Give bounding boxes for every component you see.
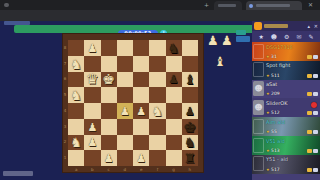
tab-favicon bbox=[249, 4, 253, 8]
player-rating: ★ 31 bbox=[266, 54, 277, 59]
square-h6[interactable]: ♝ bbox=[182, 72, 198, 88]
square-e8[interactable] bbox=[133, 40, 149, 56]
player-row[interactable]: Y51 - ald★ 517 bbox=[252, 155, 320, 174]
square-b1[interactable] bbox=[84, 150, 100, 166]
square-c8[interactable] bbox=[101, 40, 117, 56]
file-label: e bbox=[133, 166, 149, 173]
square-g1[interactable] bbox=[166, 150, 182, 166]
square-g8[interactable]: ♞ bbox=[166, 40, 182, 56]
square-a7[interactable]: ♞ bbox=[68, 56, 84, 72]
sidebar-tab-compose-icon[interactable]: ✎ bbox=[308, 31, 313, 42]
player-list: DSG17318★ 31Spot fight★ 511☻aSat★ 209☻Sl… bbox=[252, 42, 320, 180]
square-d3[interactable] bbox=[117, 119, 133, 135]
silver-badge-icon bbox=[313, 92, 318, 96]
star-icon: ★ bbox=[266, 110, 270, 115]
square-h7[interactable] bbox=[182, 56, 198, 72]
square-d4[interactable]: ♟ bbox=[117, 103, 133, 119]
square-e1[interactable]: ♟ bbox=[133, 150, 149, 166]
player-rating: ★ 517 bbox=[266, 167, 280, 172]
square-c2[interactable] bbox=[101, 135, 117, 151]
file-label: c bbox=[101, 166, 117, 173]
square-a5[interactable]: ♞ bbox=[68, 87, 84, 103]
square-f6[interactable] bbox=[149, 72, 165, 88]
player-rating: ★ 209 bbox=[266, 91, 280, 96]
gold-badge-icon bbox=[307, 111, 312, 115]
star-icon: ★ bbox=[266, 73, 270, 78]
player-sidebar: ▴ ✕ ★☻⚙✉✎ DSG17318★ 31Spot fight★ 511☻aS… bbox=[252, 21, 320, 180]
gold-badge-icon bbox=[307, 168, 312, 172]
black-knight[interactable]: ♞ bbox=[166, 41, 182, 56]
player-badges bbox=[307, 92, 319, 96]
tab-inactive[interactable] bbox=[214, 1, 242, 10]
black-rook[interactable]: ♜ bbox=[182, 151, 198, 166]
player-badges bbox=[307, 130, 319, 134]
square-f1[interactable] bbox=[149, 150, 165, 166]
sidebar-header: ▴ ✕ bbox=[252, 21, 320, 31]
player-avatar bbox=[253, 138, 264, 153]
square-c1[interactable]: ♟ bbox=[101, 150, 117, 166]
captured-white-pawn: ♟ bbox=[221, 33, 233, 48]
square-a6[interactable] bbox=[68, 72, 84, 88]
square-d2[interactable] bbox=[117, 135, 133, 151]
black-knight[interactable]: ♞ bbox=[182, 135, 198, 150]
game-page: 00:00:53 i 87654321 abcdefgh ♟♞♞♛♚♟♝♞♟♟♞… bbox=[0, 21, 320, 180]
square-e2[interactable] bbox=[133, 135, 149, 151]
tab-close-icon[interactable]: ✕ bbox=[308, 0, 313, 9]
white-pawn[interactable]: ♟ bbox=[133, 104, 149, 119]
gold-badge-icon bbox=[307, 74, 312, 78]
square-e4[interactable]: ♟ bbox=[133, 103, 149, 119]
player-row[interactable]: ☻SliderOK★ 512 bbox=[252, 98, 320, 117]
square-g3[interactable] bbox=[166, 119, 182, 135]
file-labels: abcdefgh bbox=[68, 166, 198, 173]
sidebar-tab-favorites-icon[interactable]: ★ bbox=[258, 31, 263, 42]
captured-white-pawn: ♟ bbox=[207, 33, 219, 48]
player-name: V51 ald bbox=[266, 138, 285, 144]
file-label: a bbox=[68, 166, 84, 173]
gold-badge-icon bbox=[307, 130, 312, 134]
square-f2[interactable] bbox=[149, 135, 165, 151]
sidebar-collapse-icon[interactable]: ▴ bbox=[307, 23, 310, 30]
silver-badge-icon bbox=[313, 149, 318, 153]
player-name: Aim ald bbox=[266, 119, 285, 125]
square-b3[interactable]: ♟ bbox=[84, 119, 100, 135]
square-f5[interactable] bbox=[149, 87, 165, 103]
square-e6[interactable] bbox=[133, 72, 149, 88]
file-label: d bbox=[117, 166, 133, 173]
black-pawn[interactable]: ♟ bbox=[182, 104, 198, 119]
window-icon bbox=[4, 3, 9, 7]
sidebar-tab-players-icon[interactable]: ☻ bbox=[271, 31, 277, 42]
square-a1[interactable] bbox=[68, 150, 84, 166]
sidebar-tabbar: ★☻⚙✉✎ bbox=[252, 31, 320, 42]
player-rating: ★ 511 bbox=[266, 73, 280, 78]
square-c7[interactable] bbox=[101, 56, 117, 72]
black-pawn[interactable]: ♟ bbox=[166, 72, 182, 87]
square-c4[interactable] bbox=[101, 103, 117, 119]
player-badges bbox=[307, 111, 319, 115]
star-icon: ★ bbox=[266, 167, 270, 172]
player-avatar bbox=[253, 156, 264, 171]
gold-badge-icon bbox=[307, 92, 312, 96]
player-row[interactable]: V51 ald★ 513 bbox=[252, 136, 320, 155]
player-name: SliderOK bbox=[266, 100, 287, 106]
square-c3[interactable] bbox=[101, 119, 117, 135]
silver-badge-icon bbox=[313, 168, 318, 172]
player-rating: ★ 55 bbox=[266, 129, 277, 134]
player-name: Spot fight bbox=[266, 62, 290, 68]
square-c6[interactable]: ♚ bbox=[101, 72, 117, 88]
game-header-bar: 00:00:53 i bbox=[14, 25, 254, 33]
square-h2[interactable]: ♞ bbox=[182, 135, 198, 151]
player-rating: ★ 513 bbox=[266, 148, 280, 153]
square-e3[interactable] bbox=[133, 119, 149, 135]
white-knight[interactable]: ♞ bbox=[68, 135, 84, 150]
player-badges bbox=[307, 74, 319, 78]
tab-active[interactable] bbox=[246, 1, 302, 10]
browser-tabstrip: + ✕ bbox=[0, 0, 320, 10]
white-pawn[interactable]: ♟ bbox=[84, 41, 100, 56]
file-label: g bbox=[166, 166, 182, 173]
black-king[interactable]: ♚ bbox=[182, 120, 198, 135]
alert-badge bbox=[311, 102, 317, 108]
square-g7[interactable] bbox=[166, 56, 182, 72]
star-icon: ★ bbox=[266, 148, 270, 153]
square-d1[interactable] bbox=[117, 150, 133, 166]
silver-badge-icon bbox=[313, 111, 318, 115]
player-avatar: ☻ bbox=[253, 100, 264, 115]
site-logo bbox=[254, 22, 262, 30]
square-c5[interactable] bbox=[101, 87, 117, 103]
square-h3[interactable]: ♚ bbox=[182, 119, 198, 135]
new-tab-button[interactable]: + bbox=[204, 0, 209, 9]
file-label: h bbox=[182, 166, 198, 173]
square-a4[interactable] bbox=[68, 103, 84, 119]
sidebar-close-icon[interactable]: ✕ bbox=[314, 23, 318, 30]
sidebar-tab-messages-icon[interactable]: ✉ bbox=[296, 31, 301, 42]
white-pawn[interactable]: ♟ bbox=[84, 120, 100, 135]
square-e5[interactable] bbox=[133, 87, 149, 103]
square-d5[interactable] bbox=[117, 87, 133, 103]
file-label: b bbox=[84, 166, 100, 173]
square-h8[interactable] bbox=[182, 40, 198, 56]
square-e7[interactable] bbox=[133, 56, 149, 72]
square-b2[interactable]: ♟ bbox=[84, 135, 100, 151]
silver-badge-icon bbox=[313, 74, 318, 78]
square-f3[interactable] bbox=[149, 119, 165, 135]
square-b6[interactable]: ♛ bbox=[84, 72, 100, 88]
player-rating: ★ 512 bbox=[266, 110, 280, 115]
sidebar-tab-settings-icon[interactable]: ⚙ bbox=[284, 31, 289, 42]
player-name: aSat bbox=[266, 81, 277, 87]
silver-badge-icon bbox=[313, 130, 318, 134]
square-b5[interactable] bbox=[84, 87, 100, 103]
square-g6[interactable]: ♟ bbox=[166, 72, 182, 88]
white-knight[interactable]: ♞ bbox=[68, 57, 84, 72]
gold-badge-icon bbox=[307, 149, 312, 153]
player-avatar bbox=[253, 62, 264, 77]
sidebar-title bbox=[264, 24, 288, 28]
player-row[interactable]: ☻aSat★ 209 bbox=[252, 80, 320, 99]
player-badges bbox=[307, 55, 319, 59]
square-b4[interactable] bbox=[84, 103, 100, 119]
star-icon: ★ bbox=[266, 54, 270, 59]
square-h1[interactable]: ♜ bbox=[182, 150, 198, 166]
square-f7[interactable] bbox=[149, 56, 165, 72]
square-b8[interactable]: ♟ bbox=[84, 40, 100, 56]
white-queen[interactable]: ♛ bbox=[84, 72, 100, 87]
black-bishop[interactable]: ♝ bbox=[182, 72, 198, 87]
white-knight[interactable]: ♞ bbox=[68, 88, 84, 103]
player-badges bbox=[307, 149, 319, 153]
player-badges bbox=[307, 168, 319, 172]
player-avatar bbox=[253, 119, 264, 134]
square-h4[interactable]: ♟ bbox=[182, 103, 198, 119]
browser-toolbar: ‹ › ⋮ bbox=[0, 10, 320, 21]
chess-board-frame: 87654321 abcdefgh ♟♞♞♛♚♟♝♞♟♟♞♟♟♚♞♟♞♟♟♜ bbox=[62, 33, 204, 173]
square-f4[interactable]: ♞ bbox=[149, 103, 165, 119]
star-icon: ★ bbox=[266, 91, 270, 96]
square-h5[interactable] bbox=[182, 87, 198, 103]
white-knight[interactable]: ♞ bbox=[149, 104, 165, 119]
square-d8[interactable] bbox=[117, 40, 133, 56]
white-pawn[interactable]: ♟ bbox=[133, 151, 149, 166]
star-icon: ★ bbox=[266, 129, 270, 134]
square-g4[interactable] bbox=[166, 103, 182, 119]
player-avatar: ☻ bbox=[253, 81, 264, 96]
file-label: f bbox=[149, 166, 165, 173]
square-a2[interactable]: ♞ bbox=[68, 135, 84, 151]
captured-white-bishop: ♝ bbox=[214, 54, 226, 69]
player-row[interactable]: Spot fight★ 511 bbox=[252, 61, 320, 80]
square-a3[interactable] bbox=[68, 119, 84, 135]
player-name: DSG17318 bbox=[266, 44, 293, 50]
square-d6[interactable] bbox=[117, 72, 133, 88]
silver-badge-icon bbox=[313, 55, 318, 59]
screen: + ✕ ‹ › ⋮ 00:00:53 i bbox=[0, 0, 320, 180]
square-g5[interactable] bbox=[166, 87, 182, 103]
square-b7[interactable] bbox=[84, 56, 100, 72]
square-d7[interactable] bbox=[117, 56, 133, 72]
white-king[interactable]: ♚ bbox=[101, 72, 117, 87]
square-g2[interactable] bbox=[166, 135, 182, 151]
white-pawn[interactable]: ♟ bbox=[101, 151, 117, 166]
square-f8[interactable] bbox=[149, 40, 165, 56]
captured-pieces-tray: ♟♟♝ bbox=[206, 33, 246, 103]
player-row[interactable]: Aim ald★ 55 bbox=[252, 117, 320, 136]
player-name: Y51 - ald bbox=[266, 156, 288, 162]
board-squares: ♟♞♞♛♚♟♝♞♟♟♞♟♟♚♞♟♞♟♟♜ bbox=[68, 40, 198, 166]
white-pawn[interactable]: ♟ bbox=[84, 135, 100, 150]
gold-badge-icon bbox=[307, 55, 312, 59]
page-bottom-left-text bbox=[3, 171, 33, 176]
square-a8[interactable] bbox=[68, 40, 84, 56]
white-pawn[interactable]: ♟ bbox=[117, 104, 133, 119]
player-avatar bbox=[253, 44, 264, 59]
player-row[interactable]: DSG17318★ 31 bbox=[252, 42, 320, 61]
